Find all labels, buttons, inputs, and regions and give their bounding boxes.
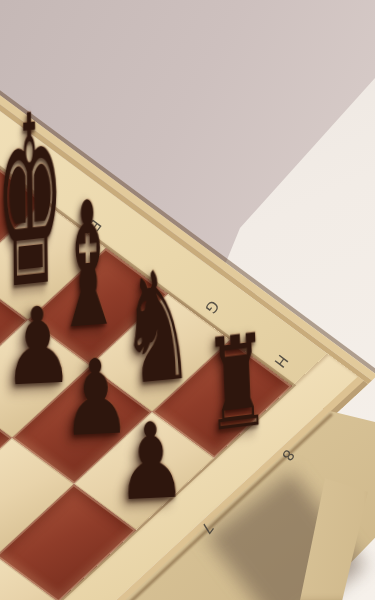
piece-pawn-h7: ♟ (114, 408, 187, 516)
photo-stage: EGH87 ♚♝♞♜♟♟♟ (0, 0, 375, 600)
piece-rook-h8: ♜ (203, 316, 272, 451)
